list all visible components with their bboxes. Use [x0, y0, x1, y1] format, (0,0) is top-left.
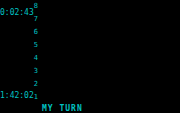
rank-label-7: 7	[28, 13, 38, 26]
rank-label-6: 6	[28, 26, 38, 39]
chess-board[interactable]	[40, 0, 180, 104]
rank-label-8: 8	[28, 0, 38, 13]
rank-label-5: 5	[28, 39, 38, 52]
turn-indicator: MY TURN	[42, 104, 83, 113]
rank-label-2: 2	[28, 78, 38, 91]
player-clock: 1:42:02	[0, 92, 34, 100]
rank-label-4: 4	[28, 52, 38, 65]
chess-app-screen: 0:02:43 87654321 1:42:02 MY TURN	[0, 0, 180, 113]
rank-labels: 87654321	[0, 0, 39, 104]
rank-label-3: 3	[28, 65, 38, 78]
